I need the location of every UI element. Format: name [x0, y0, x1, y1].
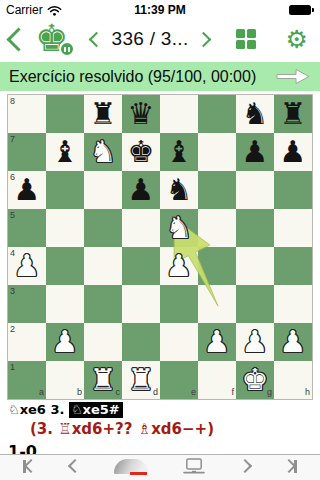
engine-gauge-icon — [114, 459, 148, 474]
piece-white-pawn: ♟ — [8, 247, 46, 285]
move-line: ♘xe6 3. ♘xe5# — [8, 402, 320, 417]
square-g3[interactable] — [236, 285, 274, 323]
selected-move[interactable]: ♘xe5# — [69, 402, 123, 418]
step-forward-button[interactable] — [240, 459, 250, 473]
app-logo-icon[interactable]: ♚ — [35, 20, 77, 58]
back-button[interactable] — [6, 27, 30, 51]
piece-white-pawn: ♟ — [198, 323, 236, 361]
next-arrow-button[interactable] — [275, 68, 311, 85]
square-b1[interactable]: b — [46, 361, 84, 399]
square-a4[interactable]: 4♟ — [8, 247, 46, 285]
previous-exercise-button[interactable] — [88, 31, 104, 47]
piece-black-knight: ♞ — [236, 95, 274, 133]
square-h4[interactable] — [274, 247, 312, 285]
square-e1[interactable]: e — [160, 361, 198, 399]
square-d8[interactable]: ♛ — [122, 95, 160, 133]
square-d4[interactable] — [122, 247, 160, 285]
rank-label: 8 — [10, 97, 15, 106]
file-label: a — [39, 388, 44, 397]
square-b6[interactable] — [46, 171, 84, 209]
piece-black-bishop: ♝ — [160, 133, 198, 171]
square-d2[interactable] — [122, 323, 160, 361]
nav-bar: ♚ 336 / 3... ⚙ — [0, 20, 320, 58]
piece-white-pawn: ♟ — [46, 323, 84, 361]
piece-black-queen: ♛ — [122, 95, 160, 133]
square-f8[interactable] — [198, 95, 236, 133]
status-banner: Exercício resolvido (95/100, 00:00) — [0, 62, 320, 91]
exercise-counter[interactable]: 336 / 3... — [112, 28, 189, 50]
piece-black-rook: ♜ — [274, 95, 312, 133]
go-to-start-button[interactable] — [23, 459, 36, 473]
square-b4[interactable] — [46, 247, 84, 285]
square-f7[interactable] — [198, 133, 236, 171]
piece-black-bishop: ♝ — [46, 133, 84, 171]
square-b5[interactable] — [46, 209, 84, 247]
piece-white-pawn: ♟ — [274, 323, 312, 361]
square-e7[interactable]: ♝ — [160, 133, 198, 171]
banner-text: Exercício resolvido (95/100, 00:00) — [9, 68, 256, 86]
computer-icon — [182, 458, 206, 475]
piece-white-pawn: ♟ — [160, 247, 198, 285]
square-d6[interactable]: ♟ — [122, 171, 160, 209]
variation-line[interactable]: (3. ♖xd6+?? ♗xd6−+) — [30, 420, 320, 438]
file-label: f — [231, 388, 234, 397]
square-b8[interactable] — [46, 95, 84, 133]
file-label: h — [305, 388, 310, 397]
piece-black-knight: ♞ — [160, 171, 198, 209]
computer-play-button[interactable] — [182, 459, 206, 473]
square-d1[interactable]: d♜ — [122, 361, 160, 399]
square-g7[interactable]: ♟ — [236, 133, 274, 171]
board-container: 8♜♛♞♜7♝♞♚♝♟♟6♟♟♞5♞4♟♟32♟♟♟♟1abc♜d♜efg♚h — [7, 94, 313, 400]
piece-white-pawn: ♟ — [236, 323, 274, 361]
square-f6[interactable] — [198, 171, 236, 209]
square-h3[interactable] — [274, 285, 312, 323]
square-e4[interactable]: ♟ — [160, 247, 198, 285]
square-a7[interactable]: 7 — [8, 133, 46, 171]
piece-black-king: ♚ — [122, 133, 160, 171]
square-g5[interactable] — [236, 209, 274, 247]
piece-white-rook: ♜ — [84, 361, 122, 399]
square-c2[interactable] — [84, 323, 122, 361]
rank-label: 2 — [10, 325, 15, 334]
square-b2[interactable]: ♟ — [46, 323, 84, 361]
piece-black-rook: ♜ — [84, 95, 122, 133]
square-f3[interactable] — [198, 285, 236, 323]
rank-label: 1 — [10, 363, 15, 372]
piece-white-king: ♚ — [236, 361, 274, 399]
step-back-button[interactable] — [70, 459, 80, 473]
square-c8[interactable]: ♜ — [84, 95, 122, 133]
square-c4[interactable] — [84, 247, 122, 285]
chessboard: 8♜♛♞♜7♝♞♚♝♟♟6♟♟♞5♞4♟♟32♟♟♟♟1abc♜d♜efg♚h — [8, 95, 312, 399]
settings-gear-icon[interactable]: ⚙ — [286, 27, 308, 52]
app-window: Carrier 11:39 PM ♚ 336 / 3... ⚙ Exercíc — [0, 0, 320, 480]
piece-white-rook: ♜ — [122, 361, 160, 399]
bottom-toolbar — [0, 454, 320, 480]
square-c7[interactable]: ♞ — [84, 133, 122, 171]
square-g2[interactable]: ♟ — [236, 323, 274, 361]
square-c1[interactable]: c♜ — [84, 361, 122, 399]
square-a6[interactable]: 6♟ — [8, 171, 46, 209]
square-a2[interactable]: 2 — [8, 323, 46, 361]
square-f2[interactable]: ♟ — [198, 323, 236, 361]
square-h5[interactable] — [274, 209, 312, 247]
square-a8[interactable]: 8 — [8, 95, 46, 133]
square-h7[interactable]: ♟ — [274, 133, 312, 171]
square-c5[interactable] — [84, 209, 122, 247]
engine-gauge-button[interactable] — [114, 459, 148, 473]
square-a1[interactable]: 1a — [8, 361, 46, 399]
square-e5[interactable]: ♞ — [160, 209, 198, 247]
pause-badge-icon — [59, 41, 75, 57]
file-label: e — [191, 388, 196, 397]
go-to-end-button[interactable] — [284, 459, 297, 473]
square-f5[interactable] — [198, 209, 236, 247]
square-d5[interactable] — [122, 209, 160, 247]
square-g1[interactable]: g♚ — [236, 361, 274, 399]
square-d3[interactable] — [122, 285, 160, 323]
piece-black-pawn: ♟ — [8, 171, 46, 209]
square-g6[interactable] — [236, 171, 274, 209]
square-a5[interactable]: 5 — [8, 209, 46, 247]
square-d7[interactable]: ♚ — [122, 133, 160, 171]
square-h1[interactable]: h — [274, 361, 312, 399]
square-h6[interactable] — [274, 171, 312, 209]
square-h2[interactable]: ♟ — [274, 323, 312, 361]
rank-label: 7 — [10, 135, 15, 144]
square-f1[interactable]: f — [198, 361, 236, 399]
square-e6[interactable]: ♞ — [160, 171, 198, 209]
rank-label: 5 — [10, 211, 15, 220]
square-g4[interactable] — [236, 247, 274, 285]
status-time: 11:39 PM — [0, 3, 320, 17]
square-b3[interactable] — [46, 285, 84, 323]
square-a3[interactable]: 3 — [8, 285, 46, 323]
rank-label: 3 — [10, 287, 15, 296]
exercise-grid-button[interactable] — [236, 29, 257, 50]
file-label: b — [77, 388, 82, 397]
square-g8[interactable]: ♞ — [236, 95, 274, 133]
piece-white-knight: ♞ — [160, 209, 198, 247]
square-e2[interactable] — [160, 323, 198, 361]
piece-black-pawn: ♟ — [122, 171, 160, 209]
square-f4[interactable] — [198, 247, 236, 285]
next-exercise-button[interactable] — [196, 31, 212, 47]
piece-black-pawn: ♟ — [236, 133, 274, 171]
square-b7[interactable]: ♝ — [46, 133, 84, 171]
square-c3[interactable] — [84, 285, 122, 323]
move-text[interactable]: ♘xe6 3. — [8, 402, 64, 417]
square-h8[interactable]: ♜ — [274, 95, 312, 133]
square-e8[interactable] — [160, 95, 198, 133]
square-e3[interactable] — [160, 285, 198, 323]
battery-icon — [289, 5, 314, 15]
piece-white-knight: ♞ — [84, 133, 122, 171]
piece-black-pawn: ♟ — [274, 133, 312, 171]
square-c6[interactable] — [84, 171, 122, 209]
